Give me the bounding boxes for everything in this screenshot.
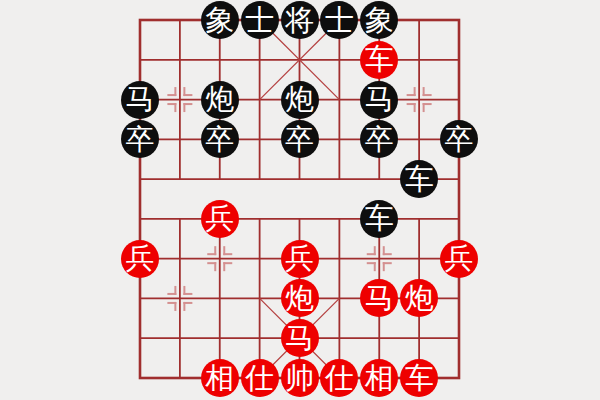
piece-black-cannon[interactable]: 炮 bbox=[201, 81, 239, 119]
piece-red-general[interactable]: 帅 bbox=[281, 359, 319, 397]
xiangqi-board-screen: 象士将士象车马炮炮马卒卒卒卒卒车兵车兵兵兵炮马炮马相仕帅仕相车 bbox=[0, 0, 600, 400]
piece-red-horse[interactable]: 马 bbox=[281, 319, 319, 357]
piece-black-elephant[interactable]: 象 bbox=[360, 1, 398, 39]
piece-black-general[interactable]: 将 bbox=[281, 1, 319, 39]
piece-black-chariot[interactable]: 车 bbox=[360, 200, 398, 238]
piece-red-horse[interactable]: 马 bbox=[360, 279, 398, 317]
piece-red-advisor[interactable]: 仕 bbox=[241, 359, 279, 397]
piece-black-soldier[interactable]: 卒 bbox=[121, 120, 159, 158]
piece-red-chariot[interactable]: 车 bbox=[360, 41, 398, 79]
piece-black-soldier[interactable]: 卒 bbox=[201, 120, 239, 158]
piece-red-advisor[interactable]: 仕 bbox=[320, 359, 358, 397]
piece-red-elephant[interactable]: 相 bbox=[360, 359, 398, 397]
piece-black-horse[interactable]: 马 bbox=[360, 81, 398, 119]
piece-red-soldier[interactable]: 兵 bbox=[440, 240, 478, 278]
piece-black-horse[interactable]: 马 bbox=[121, 81, 159, 119]
piece-black-soldier[interactable]: 卒 bbox=[440, 120, 478, 158]
piece-red-chariot[interactable]: 车 bbox=[400, 359, 438, 397]
piece-red-soldier[interactable]: 兵 bbox=[201, 200, 239, 238]
piece-black-soldier[interactable]: 卒 bbox=[360, 120, 398, 158]
piece-red-elephant[interactable]: 相 bbox=[201, 359, 239, 397]
piece-black-cannon[interactable]: 炮 bbox=[281, 81, 319, 119]
piece-black-advisor[interactable]: 士 bbox=[241, 1, 279, 39]
piece-black-elephant[interactable]: 象 bbox=[201, 1, 239, 39]
piece-red-cannon[interactable]: 炮 bbox=[400, 279, 438, 317]
piece-black-advisor[interactable]: 士 bbox=[320, 1, 358, 39]
piece-black-chariot[interactable]: 车 bbox=[400, 160, 438, 198]
piece-red-soldier[interactable]: 兵 bbox=[281, 240, 319, 278]
piece-black-soldier[interactable]: 卒 bbox=[281, 120, 319, 158]
piece-red-cannon[interactable]: 炮 bbox=[281, 279, 319, 317]
piece-red-soldier[interactable]: 兵 bbox=[121, 240, 159, 278]
